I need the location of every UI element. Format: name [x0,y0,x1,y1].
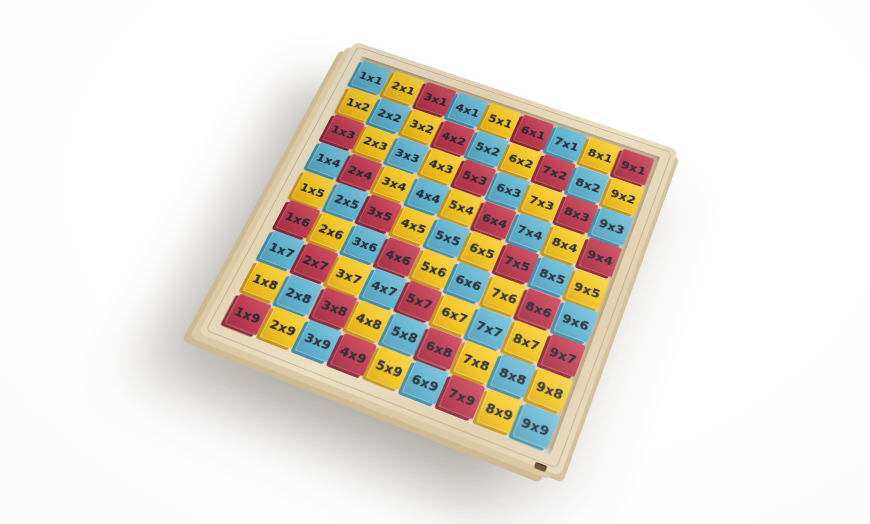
lid-notch [534,462,548,473]
wooden-frame: 1x12x13x14x15x16x17x18x19x11x22x23x24x25… [198,41,678,476]
multiplication-board: 1x12x13x14x15x16x17x18x19x11x22x23x24x25… [198,41,678,476]
photo-stage: 1x12x13x14x15x16x17x18x19x11x22x23x24x25… [0,0,870,524]
board-tray: 1x12x13x14x15x16x17x18x19x11x22x23x24x25… [219,56,660,455]
board-grid: 1x12x13x14x15x16x17x18x19x11x22x23x24x25… [225,60,655,449]
